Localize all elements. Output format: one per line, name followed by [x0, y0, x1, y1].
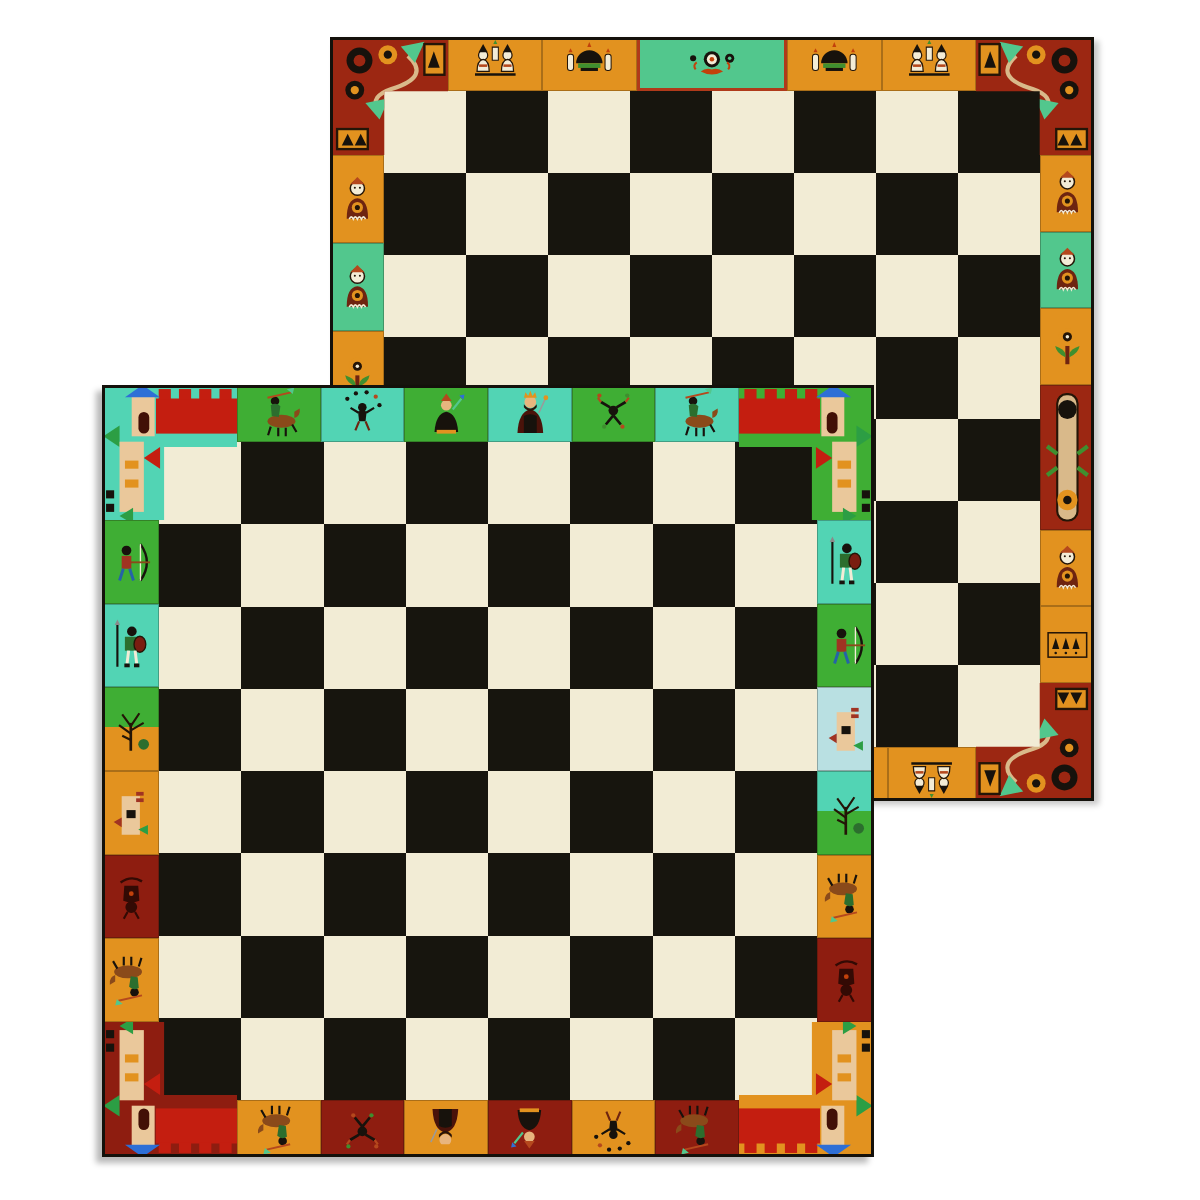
- doll-tile: [1040, 155, 1094, 232]
- front-board: [102, 385, 874, 1157]
- front-square-r8c6: [570, 1018, 652, 1100]
- front-square-r6c5: [488, 853, 570, 935]
- back-square-r7c8: [958, 583, 1040, 665]
- back-square-r1c1: [384, 91, 466, 173]
- back-square-r3c4: [630, 255, 712, 337]
- tree-tile: [817, 771, 874, 855]
- archer-icon: [817, 604, 874, 688]
- doll-tile: [1040, 530, 1094, 607]
- knight-rider-icon: [237, 385, 321, 442]
- dome-tile: [542, 37, 636, 91]
- devil-icon: [102, 855, 159, 939]
- spearman-icon: [102, 604, 159, 688]
- front-square-r1c6: [570, 442, 652, 524]
- back-square-r2c8: [958, 173, 1040, 255]
- doll-icon: [330, 155, 384, 243]
- knight-rider-tile: [237, 385, 321, 442]
- fallen-knight-tile: [817, 855, 874, 939]
- prince-tile: [488, 1100, 572, 1157]
- front-square-r8c1: [159, 1018, 241, 1100]
- doll-icon: [330, 243, 384, 331]
- front-square-r5c2: [241, 771, 323, 853]
- front-square-r3c4: [406, 607, 488, 689]
- front-square-r5c8: [735, 771, 817, 853]
- fish-eye-icon: [637, 37, 788, 91]
- back-square-r2c6: [794, 173, 876, 255]
- back-square-r1c2: [466, 91, 548, 173]
- front-square-r3c5: [488, 607, 570, 689]
- front-square-r2c7: [653, 524, 735, 606]
- front-square-r2c5: [488, 524, 570, 606]
- tower-icon: [102, 771, 159, 855]
- front-square-r8c3: [324, 1018, 406, 1100]
- knight-rider-tile: [655, 385, 739, 442]
- front-square-r1c2: [241, 442, 323, 524]
- king-tile: [404, 1100, 488, 1157]
- pillar-tile: [1040, 385, 1094, 530]
- front-square-r4c8: [735, 689, 817, 771]
- front-square-r6c4: [406, 853, 488, 935]
- dolls-group-tile: [882, 37, 976, 91]
- back-square-r8c8: [958, 665, 1040, 747]
- front-square-r4c4: [406, 689, 488, 771]
- front-square-r4c7: [653, 689, 735, 771]
- front-square-r8c8: [735, 1018, 817, 1100]
- tower-icon: [817, 687, 874, 771]
- jester-tile: [572, 385, 656, 442]
- front-square-r7c8: [735, 936, 817, 1018]
- archer-tile: [817, 604, 874, 688]
- prince-icon: [404, 385, 488, 442]
- doll-icon: [1040, 155, 1094, 232]
- front-square-r1c4: [406, 442, 488, 524]
- doll-tile: [1040, 232, 1094, 309]
- aaa-badge-icon: [1040, 606, 1094, 683]
- dome-icon: [542, 37, 636, 91]
- tree-icon: [102, 687, 159, 771]
- knight-rider-icon: [655, 385, 739, 442]
- front-square-r7c1: [159, 936, 241, 1018]
- back-square-r4c7: [876, 337, 958, 419]
- front-square-r7c5: [488, 936, 570, 1018]
- dolls-group-icon: [888, 747, 976, 801]
- back-square-r3c6: [794, 255, 876, 337]
- back-square-r3c8: [958, 255, 1040, 337]
- knight-rider-icon: [237, 1100, 321, 1157]
- fallen-knight-icon: [102, 938, 159, 1022]
- archer-tile: [102, 520, 159, 604]
- doll-tile: [330, 155, 384, 243]
- devil-tile: [817, 938, 874, 1022]
- front-square-r6c6: [570, 853, 652, 935]
- front-square-r4c6: [570, 689, 652, 771]
- front-square-r3c7: [653, 607, 735, 689]
- back-square-r2c3: [548, 173, 630, 255]
- front-square-r5c3: [324, 771, 406, 853]
- front-square-r8c4: [406, 1018, 488, 1100]
- prince-icon: [488, 1100, 572, 1157]
- doll-icon: [1040, 232, 1094, 309]
- prince-tile: [404, 385, 488, 442]
- front-square-r3c3: [324, 607, 406, 689]
- front-square-r8c5: [488, 1018, 570, 1100]
- juggler-tile: [321, 385, 405, 442]
- front-square-r1c7: [653, 442, 735, 524]
- front-square-r1c3: [324, 442, 406, 524]
- front-square-r7c4: [406, 936, 488, 1018]
- back-square-r3c1: [384, 255, 466, 337]
- spearman-tile: [817, 520, 874, 604]
- doll-tile: [330, 243, 384, 331]
- front-square-r5c7: [653, 771, 735, 853]
- front-square-r6c8: [735, 853, 817, 935]
- front-square-r2c2: [241, 524, 323, 606]
- back-square-r3c2: [466, 255, 548, 337]
- back-square-r8c7: [876, 665, 958, 747]
- front-square-r5c5: [488, 771, 570, 853]
- knight-rider-tile: [655, 1100, 739, 1157]
- front-square-r3c1: [159, 607, 241, 689]
- back-square-r6c7: [876, 501, 958, 583]
- front-square-r3c2: [241, 607, 323, 689]
- back-square-r3c7: [876, 255, 958, 337]
- back-square-r5c7: [876, 419, 958, 501]
- tower-tile: [102, 771, 159, 855]
- jester-tile: [321, 1100, 405, 1157]
- juggler-icon: [572, 1100, 656, 1157]
- flower-tile: [1040, 308, 1094, 385]
- spearman-tile: [102, 604, 159, 688]
- fallen-knight-tile: [102, 938, 159, 1022]
- front-square-r8c7: [653, 1018, 735, 1100]
- front-square-r4c5: [488, 689, 570, 771]
- king-icon: [488, 385, 572, 442]
- front-square-r4c1: [159, 689, 241, 771]
- tower-tile: [817, 687, 874, 771]
- front-square-r3c6: [570, 607, 652, 689]
- king-icon: [404, 1100, 488, 1157]
- back-square-r5c8: [958, 419, 1040, 501]
- back-square-r2c1: [384, 173, 466, 255]
- back-square-r1c7: [876, 91, 958, 173]
- fish-eye-tile: [637, 37, 788, 91]
- front-square-r7c3: [324, 936, 406, 1018]
- front-square-r7c7: [653, 936, 735, 1018]
- front-square-r6c2: [241, 853, 323, 935]
- back-square-r2c7: [876, 173, 958, 255]
- front-square-r3c8: [735, 607, 817, 689]
- jester-icon: [321, 1100, 405, 1157]
- pillar-icon: [1040, 385, 1094, 530]
- front-square-r4c3: [324, 689, 406, 771]
- king-tile: [488, 385, 572, 442]
- back-square-r2c2: [466, 173, 548, 255]
- front-square-r5c4: [406, 771, 488, 853]
- front-square-r7c2: [241, 936, 323, 1018]
- front-square-r2c3: [324, 524, 406, 606]
- jester-icon: [572, 385, 656, 442]
- aaa-badge-tile: [1040, 606, 1094, 683]
- front-square-r1c1: [159, 442, 241, 524]
- front-checkerboard: [159, 442, 817, 1100]
- front-square-r7c6: [570, 936, 652, 1018]
- fallen-knight-icon: [817, 855, 874, 939]
- back-square-r1c3: [548, 91, 630, 173]
- front-square-r5c6: [570, 771, 652, 853]
- juggler-icon: [321, 385, 405, 442]
- back-square-r1c5: [712, 91, 794, 173]
- back-square-r2c4: [630, 173, 712, 255]
- back-square-r7c7: [876, 583, 958, 665]
- back-square-r1c8: [958, 91, 1040, 173]
- front-square-r1c8: [735, 442, 817, 524]
- front-square-r5c1: [159, 771, 241, 853]
- front-square-r4c2: [241, 689, 323, 771]
- dolls-group-tile: [448, 37, 542, 91]
- back-square-r2c5: [712, 173, 794, 255]
- product-photo-canvas: [0, 0, 1200, 1200]
- front-square-r2c4: [406, 524, 488, 606]
- flower-icon: [1040, 308, 1094, 385]
- knight-rider-tile: [237, 1100, 321, 1157]
- front-square-r1c5: [488, 442, 570, 524]
- front-square-r2c1: [159, 524, 241, 606]
- front-square-r6c3: [324, 853, 406, 935]
- back-square-r1c6: [794, 91, 876, 173]
- dome-tile: [787, 37, 881, 91]
- devil-icon: [817, 938, 874, 1022]
- back-square-r3c5: [712, 255, 794, 337]
- front-square-r2c6: [570, 524, 652, 606]
- front-square-r8c2: [241, 1018, 323, 1100]
- spearman-icon: [817, 520, 874, 604]
- front-square-r2c8: [735, 524, 817, 606]
- tree-icon: [817, 771, 874, 855]
- front-square-r6c7: [653, 853, 735, 935]
- dome-icon: [787, 37, 881, 91]
- front-square-r6c1: [159, 853, 241, 935]
- archer-icon: [102, 520, 159, 604]
- dolls-group-icon: [448, 37, 542, 91]
- back-square-r1c4: [630, 91, 712, 173]
- doll-icon: [1040, 530, 1094, 607]
- dolls-group-tile: [888, 747, 976, 801]
- back-square-r4c8: [958, 337, 1040, 419]
- knight-rider-icon: [655, 1100, 739, 1157]
- back-square-r3c3: [548, 255, 630, 337]
- devil-tile: [102, 855, 159, 939]
- dolls-group-icon: [882, 37, 976, 91]
- tree-tile: [102, 687, 159, 771]
- back-square-r6c8: [958, 501, 1040, 583]
- juggler-tile: [572, 1100, 656, 1157]
